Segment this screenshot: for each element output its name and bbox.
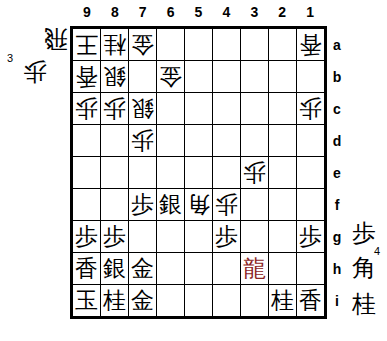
rank-label-a: a bbox=[330, 29, 344, 60]
square-2c[interactable] bbox=[269, 93, 296, 124]
piece-1g-black[interactable]: 歩 bbox=[299, 225, 322, 248]
square-4d[interactable] bbox=[213, 125, 240, 156]
file-label-9: 9 bbox=[73, 3, 101, 21]
square-8e[interactable] bbox=[101, 157, 128, 188]
white-hand-rook[interactable]: 飛 bbox=[44, 27, 68, 51]
piece-3e-white[interactable]: 歩 bbox=[243, 161, 266, 184]
square-3f[interactable] bbox=[241, 189, 268, 220]
square-3e[interactable]: 歩 bbox=[241, 157, 268, 188]
square-9c[interactable]: 歩 bbox=[73, 93, 100, 124]
square-5a[interactable] bbox=[185, 29, 212, 60]
piece-9a-white[interactable]: 王 bbox=[75, 33, 98, 56]
square-9a[interactable]: 王 bbox=[73, 29, 100, 60]
square-3d[interactable] bbox=[241, 125, 268, 156]
square-5e[interactable] bbox=[185, 157, 212, 188]
square-7b[interactable] bbox=[129, 61, 156, 92]
file-label-6: 6 bbox=[157, 3, 185, 21]
piece-4g-black[interactable]: 歩 bbox=[215, 225, 238, 248]
piece-6b-white[interactable]: 金 bbox=[159, 65, 182, 88]
file-label-7: 7 bbox=[129, 3, 157, 21]
piece-7h-black[interactable]: 金 bbox=[131, 257, 154, 280]
piece-4f-white[interactable]: 歩 bbox=[215, 193, 238, 216]
piece-9h-black[interactable]: 香 bbox=[75, 257, 98, 280]
rank-label-e: e bbox=[330, 157, 344, 188]
square-8d[interactable] bbox=[101, 125, 128, 156]
square-4i[interactable] bbox=[213, 285, 240, 316]
square-9b[interactable]: 香 bbox=[73, 61, 100, 92]
square-6c[interactable] bbox=[157, 93, 184, 124]
square-4h[interactable] bbox=[213, 253, 240, 284]
square-5c[interactable] bbox=[185, 93, 212, 124]
black-hand-bishop[interactable]: 角 bbox=[352, 256, 376, 280]
square-3i[interactable] bbox=[241, 285, 268, 316]
piece-7i-black[interactable]: 金 bbox=[131, 289, 154, 312]
rank-label-h: h bbox=[330, 253, 344, 284]
square-4b[interactable] bbox=[213, 61, 240, 92]
square-1d[interactable] bbox=[297, 125, 324, 156]
piece-8i-black[interactable]: 桂 bbox=[103, 289, 126, 312]
rank-label-d: d bbox=[330, 125, 344, 156]
square-6i[interactable] bbox=[157, 285, 184, 316]
piece-5f-white[interactable]: 角 bbox=[187, 193, 210, 216]
square-2a[interactable] bbox=[269, 29, 296, 60]
black-hand-knight[interactable]: 桂 bbox=[352, 292, 376, 316]
square-4a[interactable] bbox=[213, 29, 240, 60]
black-hand-pawn[interactable]: 歩 bbox=[352, 221, 376, 245]
piece-2i-black[interactable]: 桂 bbox=[271, 289, 294, 312]
file-label-4: 4 bbox=[212, 3, 240, 21]
square-7f[interactable]: 歩 bbox=[129, 189, 156, 220]
square-1f[interactable] bbox=[297, 189, 324, 220]
square-8h[interactable]: 銀 bbox=[101, 253, 128, 284]
square-7e[interactable] bbox=[129, 157, 156, 188]
square-8i[interactable]: 桂 bbox=[101, 285, 128, 316]
square-3a[interactable] bbox=[241, 29, 268, 60]
square-4c[interactable] bbox=[213, 93, 240, 124]
file-label-8: 8 bbox=[101, 3, 129, 21]
column-labels: 987654321 bbox=[73, 3, 324, 21]
piece-6f-black[interactable]: 銀 bbox=[159, 193, 182, 216]
square-2e[interactable] bbox=[269, 157, 296, 188]
square-8f[interactable] bbox=[101, 189, 128, 220]
square-6e[interactable] bbox=[157, 157, 184, 188]
square-4e[interactable] bbox=[213, 157, 240, 188]
square-8g[interactable]: 歩 bbox=[101, 221, 128, 252]
rank-label-b: b bbox=[330, 61, 344, 92]
square-2g[interactable] bbox=[269, 221, 296, 252]
square-6g[interactable] bbox=[157, 221, 184, 252]
square-9f[interactable] bbox=[73, 189, 100, 220]
shogi-diagram: 987654321 王桂金香香銀金歩歩銀歩歩歩歩銀角歩歩歩歩歩香銀金龍玉桂金桂香… bbox=[0, 0, 387, 341]
square-9g[interactable]: 歩 bbox=[73, 221, 100, 252]
piece-9c-white[interactable]: 歩 bbox=[75, 97, 98, 120]
square-2h[interactable] bbox=[269, 253, 296, 284]
piece-8g-black[interactable]: 歩 bbox=[103, 225, 126, 248]
square-9e[interactable] bbox=[73, 157, 100, 188]
square-8a[interactable]: 桂 bbox=[101, 29, 128, 60]
square-7d[interactable]: 歩 bbox=[129, 125, 156, 156]
square-3b[interactable] bbox=[241, 61, 268, 92]
square-1a[interactable]: 香 bbox=[297, 29, 324, 60]
square-7a[interactable]: 金 bbox=[129, 29, 156, 60]
piece-7c-white[interactable]: 銀 bbox=[131, 97, 154, 120]
square-1e[interactable] bbox=[297, 157, 324, 188]
file-label-1: 1 bbox=[296, 3, 324, 21]
piece-8c-white[interactable]: 歩 bbox=[103, 97, 126, 120]
square-5i[interactable] bbox=[185, 285, 212, 316]
square-9d[interactable] bbox=[73, 125, 100, 156]
square-2b[interactable] bbox=[269, 61, 296, 92]
file-label-3: 3 bbox=[240, 3, 268, 21]
square-7i[interactable]: 金 bbox=[129, 285, 156, 316]
piece-9b-white[interactable]: 香 bbox=[75, 65, 98, 88]
square-6a[interactable] bbox=[157, 29, 184, 60]
square-8b[interactable]: 銀 bbox=[101, 61, 128, 92]
square-5f[interactable]: 角 bbox=[185, 189, 212, 220]
piece-7f-black[interactable]: 歩 bbox=[131, 193, 154, 216]
square-3g[interactable] bbox=[241, 221, 268, 252]
board-grid: 王桂金香香銀金歩歩銀歩歩歩歩銀角歩歩歩歩歩香銀金龍玉桂金桂香 bbox=[70, 26, 327, 319]
row-labels: abcdefghi bbox=[330, 29, 344, 316]
file-label-5: 5 bbox=[185, 3, 213, 21]
square-1i[interactable]: 香 bbox=[297, 285, 324, 316]
piece-8h-black[interactable]: 銀 bbox=[103, 257, 126, 280]
piece-9i-black[interactable]: 玉 bbox=[75, 289, 98, 312]
square-6f[interactable]: 銀 bbox=[157, 189, 184, 220]
square-5d[interactable] bbox=[185, 125, 212, 156]
piece-8b-white[interactable]: 銀 bbox=[103, 65, 126, 88]
square-2i[interactable]: 桂 bbox=[269, 285, 296, 316]
square-7c[interactable]: 銀 bbox=[129, 93, 156, 124]
square-7g[interactable] bbox=[129, 221, 156, 252]
file-label-2: 2 bbox=[268, 3, 296, 21]
square-8c[interactable]: 歩 bbox=[101, 93, 128, 124]
square-3c[interactable] bbox=[241, 93, 268, 124]
rank-label-c: c bbox=[330, 93, 344, 124]
square-2f[interactable] bbox=[269, 189, 296, 220]
square-5g[interactable] bbox=[185, 221, 212, 252]
square-4g[interactable]: 歩 bbox=[213, 221, 240, 252]
square-1c[interactable]: 歩 bbox=[297, 93, 324, 124]
piece-1c-white[interactable]: 歩 bbox=[299, 97, 322, 120]
square-9h[interactable]: 香 bbox=[73, 253, 100, 284]
square-5h[interactable] bbox=[185, 253, 212, 284]
piece-1a-white[interactable]: 香 bbox=[299, 33, 322, 56]
piece-3h-promoted-black[interactable]: 龍 bbox=[243, 257, 266, 280]
white-hand-pawn[interactable]: 歩 bbox=[23, 60, 47, 84]
square-9i[interactable]: 玉 bbox=[73, 285, 100, 316]
piece-7d-white[interactable]: 歩 bbox=[131, 129, 154, 152]
square-6b[interactable]: 金 bbox=[157, 61, 184, 92]
piece-8a-white[interactable]: 桂 bbox=[103, 33, 126, 56]
square-6d[interactable] bbox=[157, 125, 184, 156]
rank-label-i: i bbox=[330, 285, 344, 316]
white-hand-pawn-count: 3 bbox=[7, 53, 13, 64]
square-1b[interactable] bbox=[297, 61, 324, 92]
square-2d[interactable] bbox=[269, 125, 296, 156]
square-1g[interactable]: 歩 bbox=[297, 221, 324, 252]
square-1h[interactable] bbox=[297, 253, 324, 284]
square-6h[interactable] bbox=[157, 253, 184, 284]
square-3h[interactable]: 龍 bbox=[241, 253, 268, 284]
square-4f[interactable]: 歩 bbox=[213, 189, 240, 220]
piece-7a-white[interactable]: 金 bbox=[131, 33, 154, 56]
rank-label-g: g bbox=[330, 221, 344, 252]
piece-1i-black[interactable]: 香 bbox=[299, 289, 322, 312]
piece-9g-black[interactable]: 歩 bbox=[75, 225, 98, 248]
square-7h[interactable]: 金 bbox=[129, 253, 156, 284]
square-5b[interactable] bbox=[185, 61, 212, 92]
rank-label-f: f bbox=[330, 189, 344, 220]
